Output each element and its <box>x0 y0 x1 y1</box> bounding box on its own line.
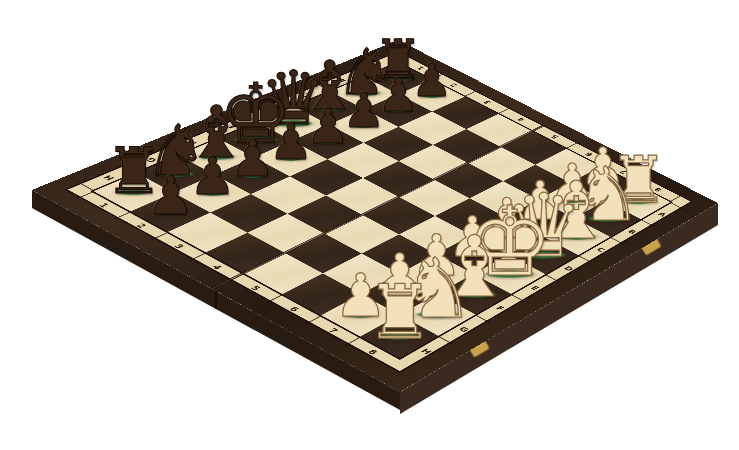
chess-set-photo: 11AA22BB33CC44DD55EE66FF77GG88HH ♜♞♟♝♟♛♟… <box>0 0 739 450</box>
fold-seam-side-mark <box>215 291 217 309</box>
